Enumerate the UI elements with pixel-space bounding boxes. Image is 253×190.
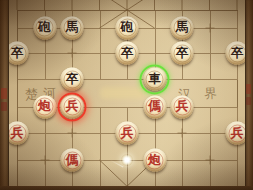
board-cell[interactable] — [101, 161, 129, 187]
piece-red-horse[interactable]: 傌 — [61, 149, 84, 172]
red-soldier-glyph: 兵 — [231, 126, 244, 139]
piece-red-soldier[interactable]: 兵 — [61, 95, 84, 118]
red-cannon-glyph: 炮 — [148, 153, 161, 166]
piece-black-cannon[interactable]: 砲 — [116, 16, 139, 39]
piece-red-cannon[interactable]: 炮 — [143, 149, 166, 172]
piece-black-cannon[interactable]: 砲 — [33, 16, 56, 39]
black-soldier-glyph: 卒 — [11, 46, 24, 59]
board-frame-right — [245, 0, 253, 190]
red-soldier-glyph: 兵 — [66, 100, 79, 113]
red-cannon-glyph: 炮 — [38, 100, 51, 113]
point-marker — [68, 129, 77, 138]
black-soldier-glyph: 卒 — [231, 46, 244, 59]
red-soldier-glyph: 兵 — [11, 126, 24, 139]
board-cell[interactable] — [211, 80, 239, 108]
point-marker — [178, 129, 187, 138]
piece-red-cannon[interactable]: 炮 — [33, 95, 56, 118]
point-marker — [40, 156, 49, 165]
board-cell[interactable] — [101, 80, 129, 108]
board-cell[interactable] — [183, 161, 211, 187]
black-chariot-glyph: 車 — [148, 72, 161, 85]
black-soldier-glyph: 卒 — [66, 72, 79, 85]
piece-black-soldier[interactable]: 卒 — [171, 42, 194, 65]
black-cannon-glyph: 砲 — [121, 21, 134, 34]
black-soldier-glyph: 卒 — [176, 46, 189, 59]
board-cell[interactable] — [211, 161, 239, 187]
board-cell[interactable] — [211, 11, 239, 29]
piece-black-soldier[interactable]: 卒 — [116, 42, 139, 65]
piece-black-horse[interactable]: 馬 — [171, 16, 194, 39]
red-horse-glyph: 傌 — [66, 153, 79, 166]
point-marker — [68, 49, 77, 58]
black-horse-glyph: 馬 — [66, 21, 79, 34]
red-soldier-glyph: 兵 — [121, 126, 134, 139]
point-marker — [205, 23, 214, 32]
piece-red-horse[interactable]: 傌 — [143, 95, 166, 118]
xiangqi-board[interactable]: 楚河 汉界 砲馬砲馬卒卒卒卒卒車炮兵傌兵兵兵兵傌炮 — [0, 0, 253, 190]
piece-red-soldier[interactable]: 兵 — [116, 122, 139, 145]
black-cannon-glyph: 砲 — [38, 21, 51, 34]
piece-black-chariot[interactable]: 車 — [143, 68, 166, 91]
board-cell[interactable] — [18, 161, 46, 187]
board-frame-bottom — [0, 186, 253, 190]
red-soldier-glyph: 兵 — [176, 100, 189, 113]
piece-black-horse[interactable]: 馬 — [61, 16, 84, 39]
piece-red-soldier[interactable]: 兵 — [171, 95, 194, 118]
piece-black-soldier[interactable]: 卒 — [61, 68, 84, 91]
black-soldier-glyph: 卒 — [121, 46, 134, 59]
board-frame-left — [0, 0, 9, 190]
black-horse-glyph: 馬 — [176, 21, 189, 34]
red-horse-glyph: 傌 — [148, 100, 161, 113]
point-marker — [205, 156, 214, 165]
